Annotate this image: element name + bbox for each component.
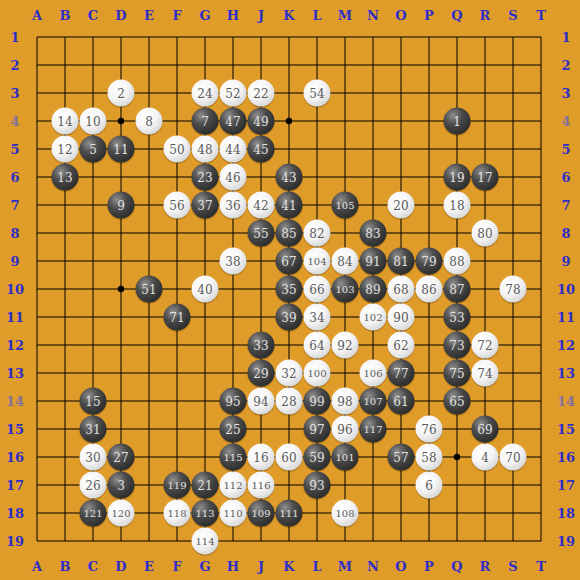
stone-black-N15: 117 xyxy=(360,416,387,443)
move-number: 50 xyxy=(169,143,184,155)
col-label-top-Q: Q xyxy=(451,8,462,23)
stone-white-C4: 10 xyxy=(80,108,107,135)
move-number: 56 xyxy=(169,199,184,211)
stone-white-C16: 30 xyxy=(80,444,107,471)
col-label-top-L: L xyxy=(312,8,321,23)
row-label-left-5: 5 xyxy=(10,142,19,157)
move-number: 73 xyxy=(449,339,464,351)
stone-black-M7: 105 xyxy=(332,192,359,219)
col-label-bottom-N: N xyxy=(367,559,379,574)
stone-black-K10: 35 xyxy=(276,276,303,303)
stone-white-K14: 28 xyxy=(276,388,303,415)
stone-black-J13: 29 xyxy=(248,360,275,387)
move-number: 4 xyxy=(481,451,489,463)
move-number: 12 xyxy=(57,143,72,155)
stone-white-J7: 42 xyxy=(248,192,275,219)
row-label-left-16: 16 xyxy=(6,450,24,465)
stone-black-Q4: 1 xyxy=(444,108,471,135)
col-label-bottom-P: P xyxy=(424,559,434,574)
stone-black-C15: 31 xyxy=(80,416,107,443)
move-number: 64 xyxy=(309,339,324,351)
stone-white-L9: 104 xyxy=(304,248,331,275)
move-number: 54 xyxy=(309,87,324,99)
move-number: 23 xyxy=(197,171,212,183)
stone-black-G6: 23 xyxy=(192,164,219,191)
col-label-bottom-G: G xyxy=(199,559,210,574)
move-number: 103 xyxy=(335,284,354,294)
stone-white-H17: 112 xyxy=(220,472,247,499)
move-number: 108 xyxy=(335,508,354,518)
stone-white-G10: 40 xyxy=(192,276,219,303)
stone-black-O13: 77 xyxy=(388,360,415,387)
stone-black-F11: 71 xyxy=(164,304,191,331)
move-number: 89 xyxy=(365,283,380,295)
stone-black-Q13: 75 xyxy=(444,360,471,387)
stone-black-G7: 37 xyxy=(192,192,219,219)
move-number: 32 xyxy=(281,367,296,379)
stone-white-D3: 2 xyxy=(108,80,135,107)
stone-black-G17: 21 xyxy=(192,472,219,499)
move-number: 107 xyxy=(363,396,382,406)
row-label-right-13: 13 xyxy=(557,366,575,381)
col-label-bottom-E: E xyxy=(144,559,154,574)
move-number: 43 xyxy=(281,171,296,183)
move-number: 33 xyxy=(253,339,268,351)
move-number: 25 xyxy=(225,423,240,435)
stone-white-P16: 58 xyxy=(416,444,443,471)
move-number: 109 xyxy=(251,508,270,518)
move-number: 97 xyxy=(309,423,324,435)
stone-white-O12: 62 xyxy=(388,332,415,359)
stone-white-O7: 20 xyxy=(388,192,415,219)
move-number: 13 xyxy=(57,171,72,183)
stone-black-J5: 45 xyxy=(248,136,275,163)
move-number: 105 xyxy=(335,200,354,210)
stone-white-H7: 36 xyxy=(220,192,247,219)
move-number: 11 xyxy=(113,143,128,155)
stone-white-R13: 74 xyxy=(472,360,499,387)
col-label-bottom-L: L xyxy=(312,559,321,574)
stone-white-B4: 14 xyxy=(52,108,79,135)
stone-white-M18: 108 xyxy=(332,500,359,527)
move-number: 31 xyxy=(85,423,100,435)
stone-white-H6: 46 xyxy=(220,164,247,191)
row-label-right-7: 7 xyxy=(561,198,570,213)
move-number: 36 xyxy=(225,199,240,211)
stone-white-L8: 82 xyxy=(304,220,331,247)
stone-black-D7: 9 xyxy=(108,192,135,219)
col-label-bottom-R: R xyxy=(480,559,491,574)
move-number: 114 xyxy=(195,536,214,546)
move-number: 119 xyxy=(167,480,186,490)
stone-white-L12: 64 xyxy=(304,332,331,359)
stone-black-G18: 113 xyxy=(192,500,219,527)
move-number: 77 xyxy=(393,367,408,379)
stone-black-E10: 51 xyxy=(136,276,163,303)
move-number: 9 xyxy=(117,199,125,211)
move-number: 7 xyxy=(201,115,209,127)
col-label-bottom-M: M xyxy=(338,559,352,574)
move-number: 69 xyxy=(477,423,492,435)
move-number: 92 xyxy=(337,339,352,351)
move-number: 112 xyxy=(223,480,242,490)
col-label-bottom-C: C xyxy=(88,559,98,574)
stone-black-K7: 41 xyxy=(276,192,303,219)
move-number: 104 xyxy=(307,256,326,266)
move-number: 101 xyxy=(335,452,354,462)
col-label-bottom-S: S xyxy=(508,559,517,574)
col-label-top-N: N xyxy=(367,8,379,23)
row-label-left-2: 2 xyxy=(10,58,19,73)
row-label-right-12: 12 xyxy=(557,338,575,353)
move-number: 76 xyxy=(421,423,436,435)
stone-black-C18: 121 xyxy=(80,500,107,527)
stone-black-N8: 83 xyxy=(360,220,387,247)
stone-white-D18: 120 xyxy=(108,500,135,527)
col-label-bottom-Q: Q xyxy=(451,559,462,574)
row-label-right-10: 10 xyxy=(557,282,575,297)
row-label-left-18: 18 xyxy=(6,506,24,521)
move-number: 35 xyxy=(281,283,296,295)
move-number: 34 xyxy=(309,311,324,323)
stone-white-S16: 70 xyxy=(500,444,527,471)
row-label-left-19: 19 xyxy=(6,534,24,549)
col-label-top-O: O xyxy=(395,8,406,23)
move-number: 29 xyxy=(253,367,268,379)
move-number: 55 xyxy=(253,227,268,239)
move-number: 118 xyxy=(167,508,186,518)
move-number: 65 xyxy=(449,395,464,407)
move-number: 30 xyxy=(85,451,100,463)
stone-white-O11: 90 xyxy=(388,304,415,331)
move-number: 21 xyxy=(197,479,212,491)
move-number: 98 xyxy=(337,395,352,407)
move-number: 85 xyxy=(281,227,296,239)
stone-black-H4: 47 xyxy=(220,108,247,135)
row-label-left-10: 10 xyxy=(6,282,24,297)
move-number: 44 xyxy=(225,143,240,155)
move-number: 91 xyxy=(365,255,380,267)
stone-white-F18: 118 xyxy=(164,500,191,527)
stone-black-N10: 89 xyxy=(360,276,387,303)
stone-black-Q11: 53 xyxy=(444,304,471,331)
move-number: 94 xyxy=(253,395,268,407)
stone-black-H14: 95 xyxy=(220,388,247,415)
stone-white-M14: 98 xyxy=(332,388,359,415)
col-label-bottom-K: K xyxy=(283,559,294,574)
row-label-right-5: 5 xyxy=(561,142,570,157)
col-label-top-K: K xyxy=(283,8,294,23)
col-label-top-A: A xyxy=(32,8,42,23)
move-number: 82 xyxy=(309,227,324,239)
stone-black-J12: 33 xyxy=(248,332,275,359)
stone-white-H5: 44 xyxy=(220,136,247,163)
stone-white-G19: 114 xyxy=(192,528,219,555)
stone-white-M12: 92 xyxy=(332,332,359,359)
row-label-right-4: 4 xyxy=(561,114,570,129)
stone-black-Q12: 73 xyxy=(444,332,471,359)
move-number: 40 xyxy=(197,283,212,295)
move-number: 111 xyxy=(279,508,298,518)
stone-white-J17: 116 xyxy=(248,472,275,499)
row-label-left-13: 13 xyxy=(6,366,24,381)
move-number: 110 xyxy=(223,508,242,518)
move-number: 80 xyxy=(477,227,492,239)
move-number: 81 xyxy=(393,255,408,267)
stone-black-L15: 97 xyxy=(304,416,331,443)
move-number: 26 xyxy=(85,479,100,491)
stone-white-R12: 72 xyxy=(472,332,499,359)
stone-black-F17: 119 xyxy=(164,472,191,499)
move-number: 100 xyxy=(307,368,326,378)
row-label-right-9: 9 xyxy=(561,254,570,269)
row-label-left-14: 14 xyxy=(6,394,24,409)
col-label-bottom-F: F xyxy=(172,559,181,574)
move-number: 88 xyxy=(449,255,464,267)
col-label-bottom-O: O xyxy=(395,559,406,574)
move-number: 1 xyxy=(453,115,461,127)
stone-black-D5: 11 xyxy=(108,136,135,163)
stone-black-K11: 39 xyxy=(276,304,303,331)
row-label-right-2: 2 xyxy=(561,58,570,73)
stone-black-G4: 7 xyxy=(192,108,219,135)
stone-white-Q9: 88 xyxy=(444,248,471,275)
stone-black-Q14: 65 xyxy=(444,388,471,415)
move-number: 121 xyxy=(83,508,102,518)
stone-white-P17: 6 xyxy=(416,472,443,499)
col-label-top-M: M xyxy=(338,8,352,23)
move-number: 15 xyxy=(85,395,100,407)
row-label-left-1: 1 xyxy=(10,30,19,45)
move-number: 68 xyxy=(393,283,408,295)
row-label-left-11: 11 xyxy=(6,310,24,325)
stone-black-K9: 67 xyxy=(276,248,303,275)
go-board[interactable]: AABBCCDDEEFFGGHHJJKKLLMMNNOOPPQQRRSSTT11… xyxy=(0,0,580,580)
row-label-left-3: 3 xyxy=(10,86,19,101)
move-number: 3 xyxy=(117,479,125,491)
stone-black-C5: 5 xyxy=(80,136,107,163)
move-number: 72 xyxy=(477,339,492,351)
col-label-top-H: H xyxy=(227,8,239,23)
move-number: 27 xyxy=(113,451,128,463)
stone-black-N9: 91 xyxy=(360,248,387,275)
move-number: 75 xyxy=(449,367,464,379)
col-label-top-C: C xyxy=(88,8,98,23)
move-number: 51 xyxy=(141,283,156,295)
row-label-left-4: 4 xyxy=(10,114,19,129)
col-label-bottom-B: B xyxy=(60,559,71,574)
col-label-top-B: B xyxy=(60,8,71,23)
stone-black-J18: 109 xyxy=(248,500,275,527)
col-label-bottom-T: T xyxy=(536,559,546,574)
move-number: 74 xyxy=(477,367,492,379)
row-label-right-16: 16 xyxy=(557,450,575,465)
row-label-right-19: 19 xyxy=(557,534,575,549)
row-label-left-6: 6 xyxy=(10,170,19,185)
stone-white-F5: 50 xyxy=(164,136,191,163)
col-label-top-E: E xyxy=(144,8,154,23)
row-label-left-15: 15 xyxy=(6,422,24,437)
stone-white-B5: 12 xyxy=(52,136,79,163)
stone-black-Q10: 87 xyxy=(444,276,471,303)
col-label-top-R: R xyxy=(480,8,491,23)
move-number: 53 xyxy=(449,311,464,323)
move-number: 18 xyxy=(449,199,464,211)
move-number: 93 xyxy=(309,479,324,491)
row-label-left-8: 8 xyxy=(10,226,19,241)
move-number: 47 xyxy=(225,115,240,127)
stone-black-L14: 99 xyxy=(304,388,331,415)
stone-black-O14: 61 xyxy=(388,388,415,415)
move-number: 115 xyxy=(223,452,242,462)
stone-black-Q6: 19 xyxy=(444,164,471,191)
stone-black-H15: 25 xyxy=(220,416,247,443)
stone-black-R6: 17 xyxy=(472,164,499,191)
stone-black-L17: 93 xyxy=(304,472,331,499)
col-label-bottom-D: D xyxy=(115,559,126,574)
stone-white-S10: 78 xyxy=(500,276,527,303)
move-number: 99 xyxy=(309,395,324,407)
move-number: 49 xyxy=(253,115,268,127)
stone-black-L16: 59 xyxy=(304,444,331,471)
stone-black-J4: 49 xyxy=(248,108,275,135)
stone-white-P15: 76 xyxy=(416,416,443,443)
move-number: 90 xyxy=(393,311,408,323)
stone-black-P9: 79 xyxy=(416,248,443,275)
stone-white-J14: 94 xyxy=(248,388,275,415)
move-number: 20 xyxy=(393,199,408,211)
move-number: 87 xyxy=(449,283,464,295)
move-number: 84 xyxy=(337,255,352,267)
row-label-left-12: 12 xyxy=(6,338,24,353)
stone-white-E4: 8 xyxy=(136,108,163,135)
move-number: 46 xyxy=(225,171,240,183)
move-number: 79 xyxy=(421,255,436,267)
stone-white-N11: 102 xyxy=(360,304,387,331)
move-number: 19 xyxy=(449,171,464,183)
stone-black-M16: 101 xyxy=(332,444,359,471)
move-number: 57 xyxy=(393,451,408,463)
col-label-top-G: G xyxy=(199,8,210,23)
move-number: 5 xyxy=(89,143,97,155)
stone-white-H18: 110 xyxy=(220,500,247,527)
move-number: 95 xyxy=(225,395,240,407)
col-label-top-S: S xyxy=(508,8,517,23)
move-number: 28 xyxy=(281,395,296,407)
stone-white-L3: 54 xyxy=(304,80,331,107)
move-number: 39 xyxy=(281,311,296,323)
stone-black-D16: 27 xyxy=(108,444,135,471)
row-label-left-7: 7 xyxy=(10,198,19,213)
row-label-right-1: 1 xyxy=(561,30,570,45)
stone-black-K18: 111 xyxy=(276,500,303,527)
move-number: 48 xyxy=(197,143,212,155)
row-label-right-8: 8 xyxy=(561,226,570,241)
stone-white-N13: 106 xyxy=(360,360,387,387)
stone-black-K8: 85 xyxy=(276,220,303,247)
move-number: 2 xyxy=(117,87,125,99)
row-label-right-18: 18 xyxy=(557,506,575,521)
row-label-right-14: 14 xyxy=(557,394,575,409)
stone-white-H3: 52 xyxy=(220,80,247,107)
move-number: 17 xyxy=(477,171,492,183)
move-number: 60 xyxy=(281,451,296,463)
col-label-bottom-H: H xyxy=(227,559,239,574)
move-number: 102 xyxy=(363,312,382,322)
move-number: 116 xyxy=(251,480,270,490)
move-number: 70 xyxy=(505,451,520,463)
stone-white-M9: 84 xyxy=(332,248,359,275)
move-number: 37 xyxy=(197,199,212,211)
col-label-top-F: F xyxy=(172,8,181,23)
stone-white-L13: 100 xyxy=(304,360,331,387)
col-label-top-D: D xyxy=(115,8,126,23)
move-number: 96 xyxy=(337,423,352,435)
move-number: 58 xyxy=(421,451,436,463)
move-number: 61 xyxy=(393,395,408,407)
move-number: 42 xyxy=(253,199,268,211)
stone-white-L10: 66 xyxy=(304,276,331,303)
move-number: 22 xyxy=(253,87,268,99)
stone-white-K13: 32 xyxy=(276,360,303,387)
col-label-bottom-J: J xyxy=(258,559,264,574)
stone-black-O16: 57 xyxy=(388,444,415,471)
move-number: 59 xyxy=(309,451,324,463)
row-label-left-17: 17 xyxy=(6,478,24,493)
stone-white-H9: 38 xyxy=(220,248,247,275)
move-number: 16 xyxy=(253,451,268,463)
stone-white-G5: 48 xyxy=(192,136,219,163)
move-number: 106 xyxy=(363,368,382,378)
move-number: 67 xyxy=(281,255,296,267)
row-label-right-17: 17 xyxy=(557,478,575,493)
move-number: 52 xyxy=(225,87,240,99)
move-number: 71 xyxy=(169,311,184,323)
stone-black-K6: 43 xyxy=(276,164,303,191)
move-number: 45 xyxy=(253,143,268,155)
move-number: 10 xyxy=(85,115,100,127)
move-number: 6 xyxy=(425,479,433,491)
stone-white-C17: 26 xyxy=(80,472,107,499)
move-number: 41 xyxy=(281,199,296,211)
stone-black-J8: 55 xyxy=(248,220,275,247)
stone-black-R15: 69 xyxy=(472,416,499,443)
move-number: 38 xyxy=(225,255,240,267)
move-number: 24 xyxy=(197,87,212,99)
col-label-top-J: J xyxy=(258,8,264,23)
col-label-bottom-A: A xyxy=(32,559,42,574)
move-number: 120 xyxy=(111,508,130,518)
move-number: 113 xyxy=(195,508,214,518)
stone-white-R16: 4 xyxy=(472,444,499,471)
stone-white-Q7: 18 xyxy=(444,192,471,219)
move-number: 62 xyxy=(393,339,408,351)
row-label-right-11: 11 xyxy=(557,310,575,325)
move-number: 83 xyxy=(365,227,380,239)
stone-white-P10: 86 xyxy=(416,276,443,303)
stone-white-G3: 24 xyxy=(192,80,219,107)
row-label-right-6: 6 xyxy=(561,170,570,185)
row-label-right-3: 3 xyxy=(561,86,570,101)
stone-black-B6: 13 xyxy=(52,164,79,191)
stone-white-O10: 68 xyxy=(388,276,415,303)
stone-black-O9: 81 xyxy=(388,248,415,275)
move-number: 14 xyxy=(57,115,72,127)
row-label-right-15: 15 xyxy=(557,422,575,437)
stone-white-J3: 22 xyxy=(248,80,275,107)
stone-black-N14: 107 xyxy=(360,388,387,415)
move-number: 86 xyxy=(421,283,436,295)
